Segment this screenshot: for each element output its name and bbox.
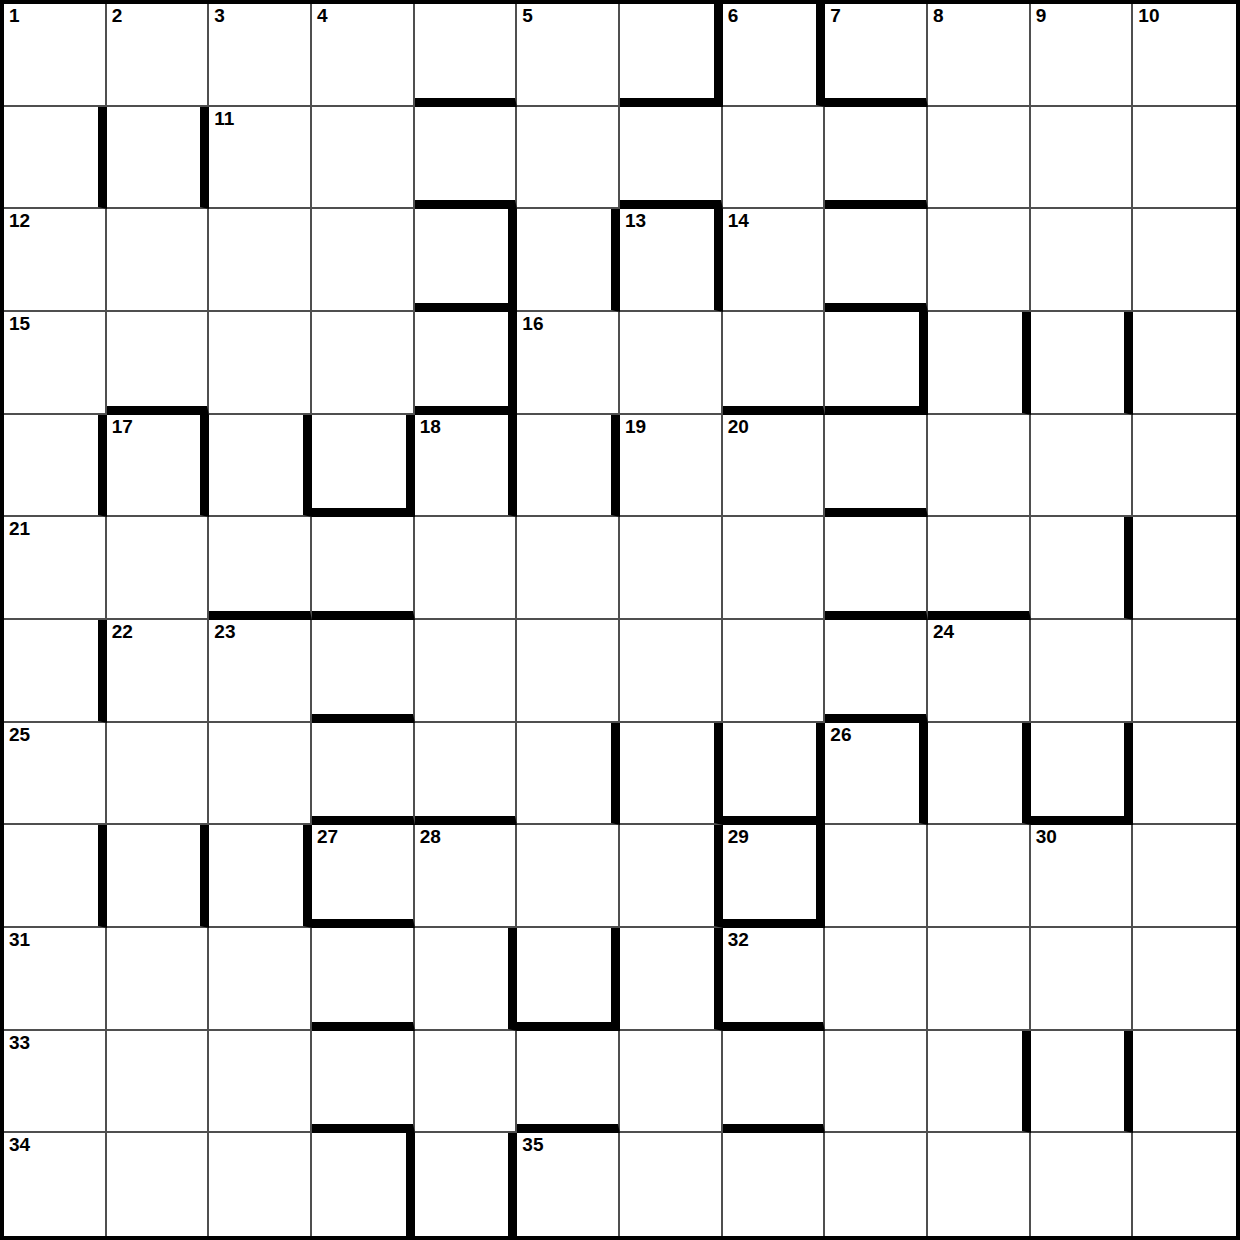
grid-cell-r4c11[interactable]: [1031, 312, 1134, 415]
clue-number: 13: [625, 211, 646, 232]
grid-cell-r7c1[interactable]: [4, 620, 107, 723]
grid-cell-r6c8[interactable]: [723, 517, 826, 620]
grid-cell-r6c5[interactable]: [415, 517, 518, 620]
grid-cell-r1c11[interactable]: 9: [1031, 4, 1134, 107]
grid-cell-r6c6[interactable]: [517, 517, 620, 620]
grid-cell-r11c10[interactable]: [928, 1031, 1031, 1134]
grid-cell-r2c1[interactable]: [4, 107, 107, 210]
grid-cell-r5c9[interactable]: [825, 415, 928, 518]
grid-cell-r11c11[interactable]: [1031, 1031, 1134, 1134]
grid-cell-r8c1[interactable]: 25: [4, 723, 107, 826]
grid-cell-r9c1[interactable]: [4, 825, 107, 928]
grid-cell-r1c1[interactable]: 1: [4, 4, 107, 107]
grid-cell-r11c4[interactable]: [312, 1031, 415, 1134]
grid-cell-r2c3[interactable]: 11: [209, 107, 312, 210]
grid-cell-r4c7[interactable]: [620, 312, 723, 415]
clue-number: 20: [728, 417, 749, 438]
grid-cell-r2c9[interactable]: [825, 107, 928, 210]
grid-cell-r5c12[interactable]: [1133, 415, 1236, 518]
grid-cell-r4c8[interactable]: [723, 312, 826, 415]
grid-cell-r9c5[interactable]: 28: [415, 825, 518, 928]
grid-cell-r6c1[interactable]: 21: [4, 517, 107, 620]
grid-cell-r7c11[interactable]: [1031, 620, 1134, 723]
grid-cell-r11c8[interactable]: [723, 1031, 826, 1134]
grid-cell-r12c2[interactable]: [107, 1133, 210, 1236]
grid-cell-r9c3[interactable]: [209, 825, 312, 928]
clue-number: 17: [112, 417, 133, 438]
clue-number: 25: [9, 725, 30, 746]
grid-cell-r3c1[interactable]: 12: [4, 209, 107, 312]
clue-number: 26: [830, 725, 851, 746]
grid-cell-r12c5[interactable]: [415, 1133, 518, 1236]
grid-cell-r4c6[interactable]: 16: [517, 312, 620, 415]
grid-cell-r8c2[interactable]: [107, 723, 210, 826]
clue-number: 18: [420, 417, 441, 438]
grid-cell-r6c10[interactable]: [928, 517, 1031, 620]
clue-number: 23: [214, 622, 235, 643]
grid-cell-r9c10[interactable]: [928, 825, 1031, 928]
grid-cell-r8c5[interactable]: [415, 723, 518, 826]
grid-cell-r10c6[interactable]: [517, 928, 620, 1031]
grid-cell-r2c11[interactable]: [1031, 107, 1134, 210]
grid-cell-r2c8[interactable]: [723, 107, 826, 210]
grid-cell-r5c8[interactable]: 20: [723, 415, 826, 518]
grid-cell-r7c8[interactable]: [723, 620, 826, 723]
grid-cell-r1c2[interactable]: 2: [107, 4, 210, 107]
grid-cell-r1c3[interactable]: 3: [209, 4, 312, 107]
grid-cell-r9c12[interactable]: [1133, 825, 1236, 928]
clue-number: 11: [214, 109, 234, 130]
grid-cell-r6c11[interactable]: [1031, 517, 1134, 620]
grid-cell-r4c2[interactable]: [107, 312, 210, 415]
clue-number: 28: [420, 827, 441, 848]
grid-cell-r3c6[interactable]: [517, 209, 620, 312]
grid-cell-r7c12[interactable]: [1133, 620, 1236, 723]
grid-cell-r12c4[interactable]: [312, 1133, 415, 1236]
grid-cell-r10c7[interactable]: [620, 928, 723, 1031]
grid-cell-r4c1[interactable]: 15: [4, 312, 107, 415]
grid-cell-r6c12[interactable]: [1133, 517, 1236, 620]
grid-cell-r7c4[interactable]: [312, 620, 415, 723]
grid-cell-r8c6[interactable]: [517, 723, 620, 826]
grid-cell-r8c8[interactable]: [723, 723, 826, 826]
grid-cell-r4c9[interactable]: [825, 312, 928, 415]
grid-cell-r5c7[interactable]: 19: [620, 415, 723, 518]
grid-cell-r12c11[interactable]: [1031, 1133, 1134, 1236]
grid-cell-r5c10[interactable]: [928, 415, 1031, 518]
grid-cell-r3c2[interactable]: [107, 209, 210, 312]
grid-cell-r2c6[interactable]: [517, 107, 620, 210]
grid-cell-r5c6[interactable]: [517, 415, 620, 518]
grid-cell-r6c3[interactable]: [209, 517, 312, 620]
grid-cell-r3c10[interactable]: [928, 209, 1031, 312]
grid-cell-r11c1[interactable]: 33: [4, 1031, 107, 1134]
grid-cell-r5c11[interactable]: [1031, 415, 1134, 518]
crossword-board: 1234567891011121314151617181920212223242…: [0, 0, 1240, 1240]
grid-cell-r12c1[interactable]: 34: [4, 1133, 107, 1236]
grid-cell-r5c3[interactable]: [209, 415, 312, 518]
grid-cell-r3c12[interactable]: [1133, 209, 1236, 312]
grid-cell-r11c12[interactable]: [1133, 1031, 1236, 1134]
clue-number: 22: [112, 622, 133, 643]
grid-cell-r11c9[interactable]: [825, 1031, 928, 1134]
crossword-grid: 1234567891011121314151617181920212223242…: [0, 0, 1240, 1240]
clue-number: 21: [9, 519, 30, 540]
grid-cell-r3c8[interactable]: 14: [723, 209, 826, 312]
grid-cell-r4c5[interactable]: [415, 312, 518, 415]
grid-cell-r2c10[interactable]: [928, 107, 1031, 210]
clue-number: 30: [1036, 827, 1057, 848]
grid-cell-r10c10[interactable]: [928, 928, 1031, 1031]
grid-cell-r1c4[interactable]: 4: [312, 4, 415, 107]
grid-cell-r2c4[interactable]: [312, 107, 415, 210]
grid-cell-r10c8[interactable]: 32: [723, 928, 826, 1031]
clue-number: 7: [830, 6, 841, 27]
clue-number: 9: [1036, 6, 1047, 27]
clue-number: 32: [728, 930, 749, 951]
grid-cell-r9c6[interactable]: [517, 825, 620, 928]
clue-number: 2: [112, 6, 123, 27]
grid-cell-r6c2[interactable]: [107, 517, 210, 620]
grid-cell-r7c5[interactable]: [415, 620, 518, 723]
grid-cell-r3c7[interactable]: 13: [620, 209, 723, 312]
grid-cell-r7c2[interactable]: 22: [107, 620, 210, 723]
grid-cell-r10c11[interactable]: [1031, 928, 1134, 1031]
grid-cell-r11c6[interactable]: [517, 1031, 620, 1134]
grid-cell-r1c6[interactable]: 5: [517, 4, 620, 107]
grid-cell-r9c9[interactable]: [825, 825, 928, 928]
clue-number: 4: [317, 6, 328, 27]
grid-cell-r10c2[interactable]: [107, 928, 210, 1031]
clue-number: 5: [522, 6, 533, 27]
clue-number: 19: [625, 417, 646, 438]
grid-cell-r10c1[interactable]: 31: [4, 928, 107, 1031]
grid-cell-r10c3[interactable]: [209, 928, 312, 1031]
clue-number: 14: [728, 211, 749, 232]
clue-number: 29: [728, 827, 749, 848]
grid-cell-r5c5[interactable]: 18: [415, 415, 518, 518]
clue-number: 12: [9, 211, 30, 232]
grid-cell-r12c9[interactable]: [825, 1133, 928, 1236]
grid-cell-r3c9[interactable]: [825, 209, 928, 312]
grid-cell-r2c2[interactable]: [107, 107, 210, 210]
grid-cell-r12c7[interactable]: [620, 1133, 723, 1236]
grid-cell-r7c7[interactable]: [620, 620, 723, 723]
clue-number: 1: [9, 6, 20, 27]
grid-cell-r11c3[interactable]: [209, 1031, 312, 1134]
grid-cell-r9c8[interactable]: 29: [723, 825, 826, 928]
grid-cell-r10c4[interactable]: [312, 928, 415, 1031]
grid-cell-r8c3[interactable]: [209, 723, 312, 826]
grid-cell-r1c10[interactable]: 8: [928, 4, 1031, 107]
grid-cell-r10c9[interactable]: [825, 928, 928, 1031]
grid-cell-r9c2[interactable]: [107, 825, 210, 928]
grid-cell-r3c3[interactable]: [209, 209, 312, 312]
clue-number: 6: [728, 6, 739, 27]
grid-cell-r4c3[interactable]: [209, 312, 312, 415]
grid-cell-r2c5[interactable]: [415, 107, 518, 210]
grid-cell-r3c11[interactable]: [1031, 209, 1134, 312]
grid-cell-r10c12[interactable]: [1133, 928, 1236, 1031]
grid-cell-r4c10[interactable]: [928, 312, 1031, 415]
grid-cell-r11c7[interactable]: [620, 1031, 723, 1134]
grid-cell-r1c12[interactable]: 10: [1133, 4, 1236, 107]
grid-cell-r8c4[interactable]: [312, 723, 415, 826]
grid-cell-r6c9[interactable]: [825, 517, 928, 620]
grid-cell-r12c8[interactable]: [723, 1133, 826, 1236]
grid-cell-r7c10[interactable]: 24: [928, 620, 1031, 723]
grid-cell-r12c3[interactable]: [209, 1133, 312, 1236]
grid-cell-r7c6[interactable]: [517, 620, 620, 723]
grid-cell-r8c10[interactable]: [928, 723, 1031, 826]
grid-cell-r5c2[interactable]: 17: [107, 415, 210, 518]
grid-cell-r1c8[interactable]: 6: [723, 4, 826, 107]
grid-cell-r11c2[interactable]: [107, 1031, 210, 1134]
grid-cell-r1c7[interactable]: [620, 4, 723, 107]
clue-number: 8: [933, 6, 944, 27]
clue-number: 3: [214, 6, 225, 27]
grid-cell-r8c12[interactable]: [1133, 723, 1236, 826]
grid-cell-r8c7[interactable]: [620, 723, 723, 826]
grid-cell-r8c9[interactable]: 26: [825, 723, 928, 826]
grid-cell-r6c7[interactable]: [620, 517, 723, 620]
grid-cell-r12c6[interactable]: 35: [517, 1133, 620, 1236]
clue-number: 33: [9, 1033, 30, 1054]
grid-cell-r3c5[interactable]: [415, 209, 518, 312]
clue-number: 10: [1138, 6, 1159, 27]
grid-cell-r10c5[interactable]: [415, 928, 518, 1031]
grid-cell-r4c4[interactable]: [312, 312, 415, 415]
grid-cell-r2c12[interactable]: [1133, 107, 1236, 210]
clue-number: 35: [522, 1135, 543, 1156]
grid-cell-r5c1[interactable]: [4, 415, 107, 518]
grid-cell-r12c12[interactable]: [1133, 1133, 1236, 1236]
clue-number: 31: [9, 930, 30, 951]
clue-number: 34: [9, 1135, 30, 1156]
clue-number: 15: [9, 314, 30, 335]
clue-number: 24: [933, 622, 954, 643]
grid-cell-r9c11[interactable]: 30: [1031, 825, 1134, 928]
clue-number: 16: [522, 314, 543, 335]
grid-cell-r6c4[interactable]: [312, 517, 415, 620]
grid-cell-r7c3[interactable]: 23: [209, 620, 312, 723]
grid-cell-r12c10[interactable]: [928, 1133, 1031, 1236]
grid-cell-r3c4[interactable]: [312, 209, 415, 312]
grid-cell-r11c5[interactable]: [415, 1031, 518, 1134]
grid-cell-r9c7[interactable]: [620, 825, 723, 928]
grid-cell-r1c5[interactable]: [415, 4, 518, 107]
clue-number: 27: [317, 827, 338, 848]
grid-cell-r9c4[interactable]: 27: [312, 825, 415, 928]
grid-cell-r7c9[interactable]: [825, 620, 928, 723]
grid-cell-r2c7[interactable]: [620, 107, 723, 210]
grid-cell-r8c11[interactable]: [1031, 723, 1134, 826]
grid-cell-r5c4[interactable]: [312, 415, 415, 518]
grid-cell-r4c12[interactable]: [1133, 312, 1236, 415]
grid-cell-r1c9[interactable]: 7: [825, 4, 928, 107]
